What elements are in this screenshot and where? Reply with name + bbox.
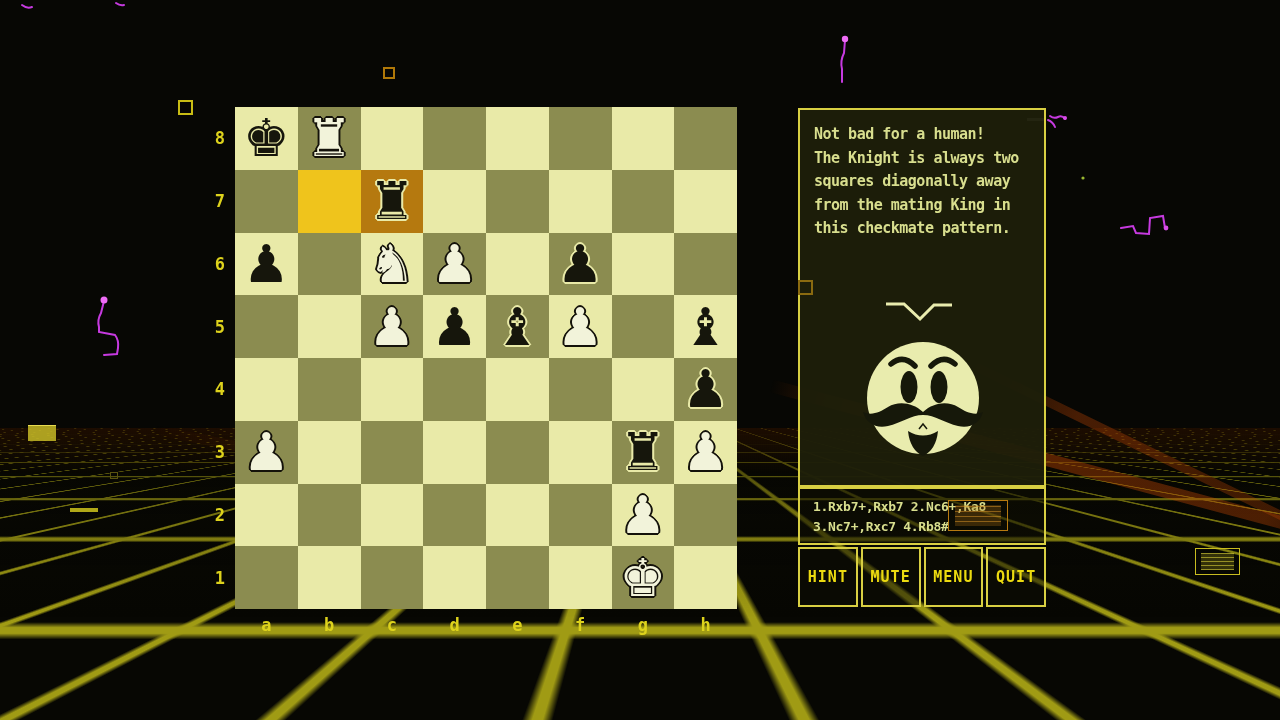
rank-label-7: 7 — [205, 170, 231, 233]
avatar-hair-line — [886, 304, 952, 319]
square-g1[interactable]: ♚ — [612, 546, 675, 609]
rank-labels: 87654321 — [205, 107, 231, 609]
square-g5[interactable] — [612, 295, 675, 358]
square-b1[interactable] — [298, 546, 361, 609]
quit-button[interactable]: QUIT — [986, 547, 1046, 607]
square-h4[interactable]: ♟ — [674, 358, 737, 421]
piece-white-pawn: ♟ — [369, 296, 416, 358]
green-dot — [1081, 176, 1084, 179]
magenta-dot — [1164, 226, 1169, 231]
square-c4[interactable] — [361, 358, 424, 421]
tiny-square-artifact — [110, 472, 118, 479]
avatar-right-eye — [931, 371, 948, 403]
button-row: HINT MUTE MENU QUIT — [798, 547, 1046, 607]
square-d2[interactable] — [423, 484, 486, 547]
rank-label-6: 6 — [205, 233, 231, 296]
square-e5[interactable]: ♝ — [486, 295, 549, 358]
square-c3[interactable] — [361, 421, 424, 484]
square-g2[interactable]: ♟ — [612, 484, 675, 547]
dialog-line: from the mating King in — [814, 194, 1034, 218]
side-panel: Not bad for a human! The Knight is alway… — [798, 108, 1046, 607]
square-e6[interactable] — [486, 233, 549, 296]
square-d3[interactable] — [423, 421, 486, 484]
square-b8[interactable]: ♜ — [298, 107, 361, 170]
solution-moves: 1.Rxb7+,Rxb7 2.Nc6+,Ka8 3.Nc7+,Rxc7 4.Rb… — [798, 487, 1046, 545]
piece-black-pawn: ♟ — [431, 296, 478, 358]
magenta-squiggle — [1050, 116, 1065, 119]
square-g3[interactable]: ♜ — [612, 421, 675, 484]
square-a1[interactable] — [235, 546, 298, 609]
square-b5[interactable] — [298, 295, 361, 358]
square-f5[interactable]: ♟ — [549, 295, 612, 358]
square-h7[interactable] — [674, 170, 737, 233]
file-label-b: b — [298, 613, 361, 637]
square-g6[interactable] — [612, 233, 675, 296]
square-a3[interactable]: ♟ — [235, 421, 298, 484]
piece-black-pawn: ♟ — [243, 233, 290, 295]
dialog-line: this checkmate pattern. — [814, 217, 1034, 241]
rank-label-4: 4 — [205, 358, 231, 421]
chess-board: ♚♜♜♟♞♟♟♟♟♝♟♝♟♟♜♟♟♚ — [235, 107, 737, 609]
solution-line: 1.Rxb7+,Rxb7 2.Nc6+,Ka8 — [813, 497, 1044, 517]
square-g8[interactable] — [612, 107, 675, 170]
square-a7[interactable] — [235, 170, 298, 233]
file-label-h: h — [674, 613, 737, 637]
square-b4[interactable] — [298, 358, 361, 421]
magenta-squiggle — [116, 3, 124, 5]
square-d6[interactable]: ♟ — [423, 233, 486, 296]
avatar-left-eye — [901, 371, 918, 403]
file-label-e: e — [486, 613, 549, 637]
panel-decor-square — [798, 280, 813, 295]
square-c7[interactable]: ♜ — [361, 170, 424, 233]
magenta-squiggle — [22, 5, 32, 8]
square-a2[interactable] — [235, 484, 298, 547]
file-label-a: a — [235, 613, 298, 637]
square-c1[interactable] — [361, 546, 424, 609]
square-a4[interactable] — [235, 358, 298, 421]
square-a5[interactable] — [235, 295, 298, 358]
square-f2[interactable] — [549, 484, 612, 547]
magenta-squiggle — [1121, 216, 1165, 234]
square-c8[interactable] — [361, 107, 424, 170]
magenta-dot — [101, 297, 108, 304]
square-e1[interactable] — [486, 546, 549, 609]
rank-label-1: 1 — [205, 546, 231, 609]
piece-black-king: ♚ — [243, 107, 290, 169]
square-c6[interactable]: ♞ — [361, 233, 424, 296]
square-f4[interactable] — [549, 358, 612, 421]
piece-white-rook: ♜ — [306, 107, 353, 169]
file-label-g: g — [612, 613, 675, 637]
square-d4[interactable] — [423, 358, 486, 421]
dialog-text: Not bad for a human! The Knight is alway… — [800, 110, 1044, 241]
square-b2[interactable] — [298, 484, 361, 547]
square-b6[interactable] — [298, 233, 361, 296]
orange-square-artifact — [383, 67, 395, 79]
square-e7[interactable] — [486, 170, 549, 233]
mute-button[interactable]: MUTE — [861, 547, 921, 607]
yellow-dash-artifact — [70, 508, 98, 512]
magenta-squiggle — [98, 301, 118, 355]
rank-label-3: 3 — [205, 421, 231, 484]
solution-line: 3.Nc7+,Rxc7 4.Rb8# — [813, 517, 1044, 537]
piece-white-pawn: ♟ — [557, 296, 604, 358]
file-labels: abcdefgh — [235, 613, 737, 637]
square-b7[interactable] — [298, 170, 361, 233]
piece-white-pawn: ♟ — [431, 233, 478, 295]
piece-white-knight: ♞ — [369, 233, 416, 295]
yellow-square-artifact — [178, 100, 193, 115]
dialog-line: squares diagonally away — [814, 170, 1034, 194]
piece-black-rook: ♜ — [620, 421, 667, 483]
piece-white-pawn: ♟ — [682, 421, 729, 483]
square-a8[interactable]: ♚ — [235, 107, 298, 170]
square-d7[interactable] — [423, 170, 486, 233]
square-f6[interactable]: ♟ — [549, 233, 612, 296]
file-label-d: d — [423, 613, 486, 637]
square-d1[interactable] — [423, 546, 486, 609]
dialog-line: The Knight is always two — [814, 147, 1034, 171]
square-h2[interactable] — [674, 484, 737, 547]
rank-label-5: 5 — [205, 295, 231, 358]
magenta-squiggle — [841, 40, 845, 82]
square-f7[interactable] — [549, 170, 612, 233]
magenta-squiggle — [1048, 120, 1055, 127]
piece-white-pawn: ♟ — [243, 421, 290, 483]
square-f8[interactable] — [549, 107, 612, 170]
magenta-dot — [1063, 116, 1067, 120]
menu-button[interactable]: MENU — [924, 547, 984, 607]
square-h3[interactable]: ♟ — [674, 421, 737, 484]
rank-label-2: 2 — [205, 484, 231, 547]
square-d5[interactable]: ♟ — [423, 295, 486, 358]
file-label-f: f — [549, 613, 612, 637]
piece-white-king: ♚ — [620, 547, 667, 609]
board-area: 87654321 ♚♜♜♟♞♟♟♟♟♝♟♝♟♟♜♟♟♚ abcdefgh — [235, 107, 737, 609]
square-h5[interactable]: ♝ — [674, 295, 737, 358]
square-a6[interactable]: ♟ — [235, 233, 298, 296]
square-g4[interactable] — [612, 358, 675, 421]
square-f1[interactable] — [549, 546, 612, 609]
hint-button[interactable]: HINT — [798, 547, 858, 607]
square-e2[interactable] — [486, 484, 549, 547]
piece-black-bishop: ♝ — [682, 296, 729, 358]
yellow-rect-artifact — [28, 425, 56, 441]
piece-white-pawn: ♟ — [620, 484, 667, 546]
square-h6[interactable] — [674, 233, 737, 296]
file-label-c: c — [361, 613, 424, 637]
piece-black-bishop: ♝ — [494, 296, 541, 358]
piece-black-pawn: ♟ — [682, 358, 729, 420]
square-c2[interactable] — [361, 484, 424, 547]
square-d8[interactable] — [423, 107, 486, 170]
dialog-box: Not bad for a human! The Knight is alway… — [798, 108, 1046, 487]
square-b3[interactable] — [298, 421, 361, 484]
square-e8[interactable] — [486, 107, 549, 170]
square-g7[interactable] — [612, 170, 675, 233]
piece-black-rook: ♜ — [369, 170, 416, 232]
piece-black-pawn: ♟ — [557, 233, 604, 295]
magenta-dot — [842, 36, 848, 42]
bot-avatar-face — [856, 288, 991, 468]
square-h1[interactable] — [674, 546, 737, 609]
square-h8[interactable] — [674, 107, 737, 170]
rank-label-8: 8 — [205, 107, 231, 170]
square-f3[interactable] — [549, 421, 612, 484]
square-c5[interactable]: ♟ — [361, 295, 424, 358]
square-e4[interactable] — [486, 358, 549, 421]
dialog-line: Not bad for a human! — [814, 123, 1034, 147]
square-e3[interactable] — [486, 421, 549, 484]
game-stage: 87654321 ♚♜♜♟♞♟♟♟♟♝♟♝♟♟♜♟♟♚ abcdefgh Not… — [0, 0, 1280, 720]
